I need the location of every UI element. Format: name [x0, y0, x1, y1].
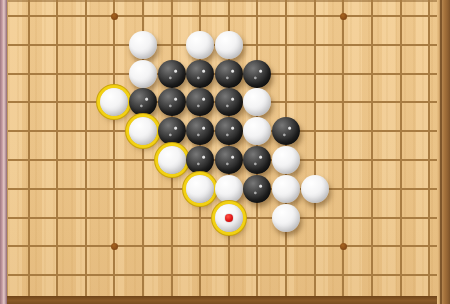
black-stone	[186, 60, 214, 88]
black-stone	[243, 146, 271, 174]
black-stone	[186, 117, 214, 145]
board-frame-bottom	[7, 296, 437, 304]
black-stone	[158, 117, 186, 145]
black-stone	[158, 60, 186, 88]
grid-line-horizontal	[8, 15, 438, 17]
black-stone	[158, 88, 186, 116]
white-stone-winning	[186, 175, 214, 203]
gomoku-game-screen	[0, 0, 450, 304]
white-stone	[272, 146, 300, 174]
black-stone	[186, 146, 214, 174]
black-stone	[215, 60, 243, 88]
white-stone	[301, 175, 329, 203]
star-point	[111, 13, 118, 20]
white-stone	[272, 204, 300, 232]
black-stone	[272, 117, 300, 145]
black-stone	[186, 88, 214, 116]
black-stone	[243, 175, 271, 203]
black-stone	[243, 60, 271, 88]
star-point	[340, 13, 347, 20]
black-stone	[215, 88, 243, 116]
white-stone	[129, 31, 157, 59]
black-stone	[215, 146, 243, 174]
background-edge-strip	[0, 0, 7, 304]
white-stone	[272, 175, 300, 203]
white-stone-winning	[215, 204, 243, 232]
white-stone	[129, 60, 157, 88]
white-stone-winning	[158, 146, 186, 174]
white-stone-winning	[129, 117, 157, 145]
board-frame-right	[437, 0, 450, 304]
star-point	[111, 243, 118, 250]
white-stone	[243, 88, 271, 116]
grid-line-horizontal	[8, 274, 438, 276]
go-board[interactable]	[7, 0, 450, 304]
white-stone	[243, 117, 271, 145]
grid-line-horizontal	[8, 245, 438, 247]
black-stone	[215, 117, 243, 145]
white-stone	[215, 175, 243, 203]
last-move-marker	[225, 214, 233, 222]
white-stone-winning	[100, 88, 128, 116]
star-point	[340, 243, 347, 250]
white-stone	[186, 31, 214, 59]
black-stone	[129, 88, 157, 116]
white-stone	[215, 31, 243, 59]
